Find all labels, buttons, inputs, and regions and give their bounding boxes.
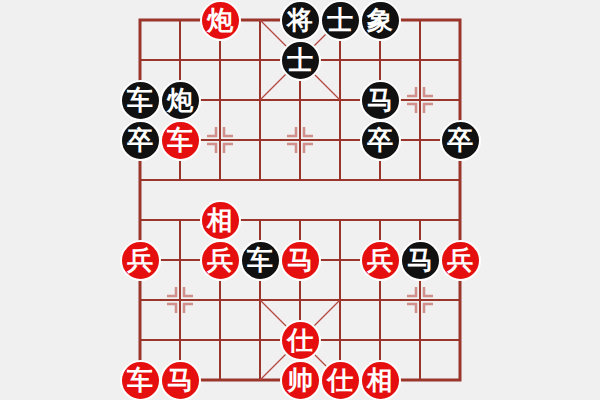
red-soldier[interactable]: 兵 [200,240,241,281]
black-soldier[interactable]: 卒 [120,120,161,161]
intersection-f1-r0[interactable] [160,0,200,40]
intersection-f7-r1[interactable] [400,40,440,80]
black-soldier[interactable]: 卒 [440,120,481,161]
intersection-f4-r0[interactable]: 将 [280,0,320,40]
intersection-f0-r8[interactable] [120,320,160,360]
red-soldier[interactable]: 兵 [120,240,161,281]
intersection-f6-r1[interactable] [360,40,400,80]
black-horse[interactable]: 马 [360,80,401,121]
intersection-f5-r4[interactable] [320,160,360,200]
intersection-f3-r9[interactable] [240,360,280,400]
intersection-f1-r7[interactable] [160,280,200,320]
intersection-f3-r8[interactable] [240,320,280,360]
intersection-f0-r7[interactable] [120,280,160,320]
intersection-f8-r2[interactable] [440,80,480,120]
black-chariot[interactable]: 车 [240,240,281,281]
red-horse[interactable]: 马 [160,360,201,400]
intersection-f1-r1[interactable] [160,40,200,80]
intersection-f0-r5[interactable] [120,200,160,240]
intersection-f5-r1[interactable] [320,40,360,80]
intersection-f7-r5[interactable] [400,200,440,240]
black-cannon[interactable]: 炮 [160,80,201,121]
intersection-f3-r7[interactable] [240,280,280,320]
red-chariot[interactable]: 车 [120,360,161,400]
black-chariot[interactable]: 车 [120,80,161,121]
intersection-f0-r9[interactable]: 车 [120,360,160,400]
intersection-f0-r2[interactable]: 车 [120,80,160,120]
intersection-f4-r8[interactable]: 仕 [280,320,320,360]
intersection-f8-r3[interactable]: 卒 [440,120,480,160]
intersection-f6-r9[interactable]: 相 [360,360,400,400]
intersection-f2-r1[interactable] [200,40,240,80]
intersection-f6-r5[interactable] [360,200,400,240]
intersection-f3-r1[interactable] [240,40,280,80]
intersection-f8-r7[interactable] [440,280,480,320]
intersection-f5-r6[interactable] [320,240,360,280]
intersection-f2-r3[interactable] [200,120,240,160]
intersection-f0-r3[interactable]: 卒 [120,120,160,160]
red-horse[interactable]: 马 [280,240,321,281]
intersection-f4-r3[interactable] [280,120,320,160]
intersection-f3-r0[interactable] [240,0,280,40]
intersection-f0-r6[interactable]: 兵 [120,240,160,280]
black-soldier[interactable]: 卒 [360,120,401,161]
intersection-f6-r7[interactable] [360,280,400,320]
red-cannon[interactable]: 炮 [200,0,241,41]
intersection-f8-r6[interactable]: 兵 [440,240,480,280]
intersection-f4-r7[interactable] [280,280,320,320]
intersection-f3-r3[interactable] [240,120,280,160]
xiangqi-app: 炮将士象士车炮马卒车卒卒相兵兵车马兵马兵仕车马帅仕相 [0,0,600,400]
black-elephant[interactable]: 象 [360,0,401,41]
intersection-f7-r2[interactable] [400,80,440,120]
intersection-f5-r7[interactable] [320,280,360,320]
intersection-f2-r9[interactable] [200,360,240,400]
black-advisor[interactable]: 士 [280,40,321,81]
red-soldier[interactable]: 兵 [360,240,401,281]
intersection-f3-r6[interactable]: 车 [240,240,280,280]
intersection-f7-r4[interactable] [400,160,440,200]
intersection-f1-r5[interactable] [160,200,200,240]
intersection-f1-r6[interactable] [160,240,200,280]
intersection-f8-r4[interactable] [440,160,480,200]
intersection-f8-r9[interactable] [440,360,480,400]
intersection-f5-r3[interactable] [320,120,360,160]
black-advisor[interactable]: 士 [320,0,361,41]
red-advisor[interactable]: 仕 [320,360,361,400]
intersection-f1-r2[interactable]: 炮 [160,80,200,120]
intersection-f5-r8[interactable] [320,320,360,360]
intersection-f2-r5[interactable]: 相 [200,200,240,240]
black-horse[interactable]: 马 [400,240,441,281]
intersection-f2-r4[interactable] [200,160,240,200]
intersection-f7-r6[interactable]: 马 [400,240,440,280]
intersection-f7-r9[interactable] [400,360,440,400]
intersection-f1-r4[interactable] [160,160,200,200]
intersection-f6-r6[interactable]: 兵 [360,240,400,280]
intersection-f3-r4[interactable] [240,160,280,200]
red-general[interactable]: 帅 [280,360,321,400]
intersection-f1-r8[interactable] [160,320,200,360]
intersection-f8-r8[interactable] [440,320,480,360]
intersection-f3-r5[interactable] [240,200,280,240]
intersection-f0-r1[interactable] [120,40,160,80]
intersection-f7-r8[interactable] [400,320,440,360]
intersection-f6-r2[interactable]: 马 [360,80,400,120]
intersection-f8-r0[interactable] [440,0,480,40]
intersection-f6-r3[interactable]: 卒 [360,120,400,160]
black-general[interactable]: 将 [280,0,321,41]
intersection-f8-r1[interactable] [440,40,480,80]
intersection-f7-r0[interactable] [400,0,440,40]
intersection-f6-r0[interactable]: 象 [360,0,400,40]
intersection-f2-r0[interactable]: 炮 [200,0,240,40]
intersection-f5-r2[interactable] [320,80,360,120]
intersection-f1-r9[interactable]: 马 [160,360,200,400]
intersection-f5-r9[interactable]: 仕 [320,360,360,400]
intersection-f6-r8[interactable] [360,320,400,360]
intersection-f4-r2[interactable] [280,80,320,120]
intersection-f5-r0[interactable]: 士 [320,0,360,40]
intersection-f2-r6[interactable]: 兵 [200,240,240,280]
intersection-f7-r3[interactable] [400,120,440,160]
intersection-f4-r9[interactable]: 帅 [280,360,320,400]
intersection-f4-r1[interactable]: 士 [280,40,320,80]
intersection-f3-r2[interactable] [240,80,280,120]
red-elephant[interactable]: 相 [200,200,241,241]
red-chariot[interactable]: 车 [160,120,201,161]
red-soldier[interactable]: 兵 [440,240,481,281]
intersection-f2-r8[interactable] [200,320,240,360]
intersection-f8-r5[interactable] [440,200,480,240]
red-elephant[interactable]: 相 [360,360,401,400]
intersection-f0-r4[interactable] [120,160,160,200]
intersection-f0-r0[interactable] [120,0,160,40]
red-advisor[interactable]: 仕 [280,320,321,361]
board-grid: 炮将士象士车炮马卒车卒卒相兵兵车马兵马兵仕车马帅仕相 [120,0,480,400]
intersection-f2-r7[interactable] [200,280,240,320]
intersection-f4-r6[interactable]: 马 [280,240,320,280]
intersection-f4-r5[interactable] [280,200,320,240]
intersection-f4-r4[interactable] [280,160,320,200]
intersection-f7-r7[interactable] [400,280,440,320]
intersection-f6-r4[interactable] [360,160,400,200]
intersection-f1-r3[interactable]: 车 [160,120,200,160]
intersection-f5-r5[interactable] [320,200,360,240]
intersection-f2-r2[interactable] [200,80,240,120]
